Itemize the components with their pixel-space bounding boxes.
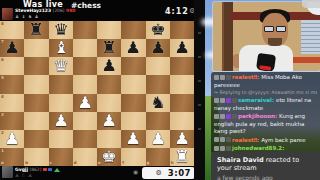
white-pawn[interactable]: ♟ (0, 130, 24, 148)
wifi-icon (54, 168, 60, 172)
file-label: c (50, 161, 52, 165)
square-g2[interactable]: ♟ (146, 130, 170, 148)
square-f8[interactable] (121, 21, 145, 39)
flag-icon (43, 168, 47, 171)
square-e5[interactable] (97, 75, 121, 93)
square-a1[interactable]: 1a (0, 148, 24, 166)
bottom-captured-pieces: ♙ ♘ ♙ (15, 173, 32, 178)
square-g6[interactable] (146, 57, 170, 75)
square-e1[interactable]: e♚ (97, 148, 121, 166)
black-rook[interactable]: ♜ (24, 21, 48, 39)
square-e4[interactable] (97, 94, 121, 112)
chat-badge-icon (214, 75, 219, 80)
square-a2[interactable]: 2♟ (0, 130, 24, 148)
square-d6[interactable] (73, 57, 97, 75)
window-blinds (301, 20, 320, 54)
chat-panel[interactable]: realest‼: Miss Moba Ako pareeeee↪ Replyi… (211, 72, 320, 154)
black-rook[interactable]: ♜ (97, 39, 121, 57)
square-f2[interactable]: ♟ (121, 130, 145, 148)
square-h4[interactable] (170, 94, 194, 112)
file-label: f (122, 161, 124, 165)
square-a5[interactable]: 5 (0, 75, 24, 93)
chat-badge-icon (214, 98, 219, 103)
chat-badge-icon (220, 146, 225, 151)
square-c4[interactable] (49, 94, 73, 112)
square-d5[interactable] (73, 75, 97, 93)
square-d1[interactable]: d (73, 148, 97, 166)
square-a4[interactable]: 4 (0, 94, 24, 112)
chat-badge-icon (226, 114, 231, 119)
rank-label: 1 (1, 149, 4, 153)
microphone (256, 53, 276, 71)
chat-username[interactable]: parkjihooon: (238, 113, 279, 119)
chat-username[interactable]: realest‼: (232, 74, 261, 80)
white-pawn[interactable]: ♟ (121, 130, 145, 148)
square-c2[interactable] (49, 130, 73, 148)
rank-label: 4 (1, 95, 4, 99)
white-clock: ⚙ 3:07 (142, 167, 195, 180)
square-c5[interactable] (49, 75, 73, 93)
file-label: d (74, 161, 77, 165)
chat-username[interactable]: samaraival: (238, 97, 276, 103)
black-pawn[interactable]: ♟ (121, 39, 145, 57)
chat-badge-icon (226, 98, 231, 103)
top-right-pill (302, 0, 320, 8)
square-b7[interactable] (24, 39, 48, 57)
chat-username[interactable]: realest‼: (232, 137, 261, 143)
stream-screenshot: Was live #chess SteveHayz123 (206) 980 ♟… (0, 0, 320, 180)
square-b2[interactable] (24, 130, 48, 148)
rank-label: 8 (1, 22, 4, 26)
file-label: g (147, 161, 150, 165)
square-f1[interactable]: f (121, 148, 145, 166)
square-f4[interactable] (121, 94, 145, 112)
square-h5[interactable] (170, 75, 194, 93)
square-e8[interactable] (97, 21, 121, 39)
square-c6[interactable]: ♛ (49, 57, 73, 75)
square-b6[interactable] (24, 57, 48, 75)
webcam-feed (213, 2, 320, 71)
white-pawn[interactable]: ♟ (97, 112, 121, 130)
chat-badge-icon (226, 146, 231, 151)
top-captured-pieces: ♟ ♝ ♞ ♟ (15, 14, 39, 19)
black-knight[interactable]: ♞ (146, 94, 170, 112)
mic-red-light (259, 65, 271, 71)
top-player-name: SteveHayz123 (206) 980 (15, 8, 75, 13)
square-g7[interactable]: ♟ (146, 39, 170, 57)
bottom-player-name: Gvgjj (862) (15, 167, 60, 172)
square-h2[interactable]: ♟ (170, 130, 194, 148)
square-e7[interactable]: ♜ (97, 39, 121, 57)
square-d2[interactable] (73, 130, 97, 148)
chat-badge-icon (226, 75, 231, 80)
notification-time: a few seconds ago (217, 174, 314, 180)
square-e6[interactable]: ♟ (97, 57, 121, 75)
black-king[interactable]: ♚ (146, 21, 170, 39)
square-b8[interactable]: ♜ (24, 21, 48, 39)
reaction-notification: Shaira David reacted to your stream a fe… (211, 152, 320, 180)
chat-message: parkjihooon: Kung ang english pula ay re… (214, 113, 317, 136)
square-c7[interactable]: ♝ (49, 39, 73, 57)
chat-message: realest‼: Miss Moba Ako pareeeee (214, 74, 317, 89)
white-bishop[interactable]: ♝ (49, 39, 73, 57)
square-b3[interactable] (24, 112, 48, 130)
avatar (2, 166, 13, 178)
chat-badge-icon (214, 114, 219, 119)
chess-app-panel: Was live #chess SteveHayz123 (206) 980 ♟… (0, 0, 205, 180)
rank-label: 3 (1, 113, 4, 117)
white-pawn[interactable]: ♟ (146, 130, 170, 148)
move-indicator-dots (198, 10, 201, 140)
square-d4[interactable]: ♟ (73, 94, 97, 112)
square-d7[interactable] (73, 39, 97, 57)
square-a3[interactable]: 3 (0, 112, 24, 130)
file-label: b (25, 161, 28, 165)
chat-badge-icon (226, 137, 231, 142)
black-pawn[interactable]: ♟ (97, 57, 121, 75)
chat-badge-icon (214, 137, 219, 142)
clock-gear-icon: ⚙ (156, 169, 162, 177)
white-pawn[interactable]: ♟ (170, 130, 194, 148)
rank-label: 6 (1, 58, 4, 62)
square-f3[interactable] (121, 112, 145, 130)
white-clock-time: 3:07 (168, 168, 191, 178)
square-c3[interactable]: ♟ (49, 112, 73, 130)
square-h7[interactable]: ♟ (170, 39, 194, 57)
chat-message: samaraival: eto literal na nanay checkma… (214, 97, 317, 112)
square-b5[interactable] (24, 75, 48, 93)
square-e3[interactable]: ♟ (97, 112, 121, 130)
white-rook[interactable]: ♜ (170, 148, 194, 166)
rank-label: 5 (1, 76, 4, 80)
square-a6[interactable]: 6 (0, 57, 24, 75)
glasses (264, 26, 286, 32)
white-queen[interactable]: ♛ (49, 57, 73, 75)
notification-text: Shaira David reacted to your stream (217, 156, 314, 172)
square-a7[interactable]: 7♟ (0, 39, 24, 57)
chat-badge-icon (220, 75, 225, 80)
square-h1[interactable]: h♜ (170, 148, 194, 166)
beard (268, 38, 282, 46)
file-label: a (1, 161, 4, 165)
square-h8[interactable] (170, 21, 194, 39)
black-clock: 4:12 (165, 7, 189, 16)
square-g1[interactable]: g (146, 148, 170, 166)
chat-reply-context: ↪ Replying to @ryzyys: Asawahin mo si ma… (214, 90, 317, 96)
square-g8[interactable]: ♚ (146, 21, 170, 39)
white-pawn[interactable]: ♟ (73, 94, 97, 112)
square-g5[interactable] (146, 75, 170, 93)
square-g4[interactable]: ♞ (146, 94, 170, 112)
square-f5[interactable] (121, 75, 145, 93)
square-b4[interactable] (24, 94, 48, 112)
square-d3[interactable] (73, 112, 97, 130)
square-f7[interactable]: ♟ (121, 39, 145, 57)
white-pawn[interactable]: ♟ (49, 112, 73, 130)
hashtag-label: #chess (71, 1, 101, 10)
chat-message: realest‼: Aym back paree (214, 137, 317, 145)
chat-username[interactable]: johnedward89.2: (232, 145, 284, 151)
chat-badge-icon (214, 146, 219, 151)
led-strip (293, 57, 320, 63)
black-pawn[interactable]: ♟ (146, 39, 170, 57)
square-a8[interactable]: 8 (0, 21, 24, 39)
stream-right-pane: realest‼: Miss Moba Ako pareeeee↪ Replyi… (205, 0, 320, 180)
square-h3[interactable] (170, 112, 194, 130)
square-e2[interactable] (97, 130, 121, 148)
chess-board[interactable]: 8♜♛♚7♟♝♜♟♟♟6♛♟54♟♞3♟♟2♟♟♟♟1abcde♚fgh♜ (0, 21, 194, 166)
chat-badge-icon (220, 114, 225, 119)
app-side-strip (194, 0, 205, 180)
square-d8[interactable] (73, 21, 97, 39)
square-c1[interactable]: c (49, 148, 73, 166)
square-b1[interactable]: b (24, 148, 48, 166)
chat-text: Aym back paree (261, 137, 305, 143)
black-pawn[interactable]: ♟ (0, 39, 24, 57)
chat-badge-icon (220, 137, 225, 142)
square-c8[interactable]: ♛ (49, 21, 73, 39)
eye-icon[interactable]: ◉ (133, 168, 138, 175)
chat-badge-icon (232, 114, 237, 119)
avatar (2, 8, 13, 20)
square-h6[interactable] (170, 57, 194, 75)
black-pawn[interactable]: ♟ (170, 39, 194, 57)
flag-icon (48, 168, 52, 171)
square-f6[interactable] (121, 57, 145, 75)
chat-badge-icon (220, 98, 225, 103)
chat-badge-icon (232, 98, 237, 103)
white-king[interactable]: ♚ (97, 148, 121, 166)
black-queen[interactable]: ♛ (49, 21, 73, 39)
square-g3[interactable] (146, 112, 170, 130)
